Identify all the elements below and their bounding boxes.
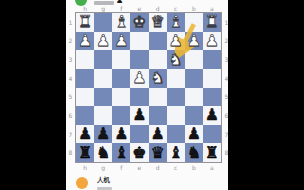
square-f2[interactable]: ♟	[112, 32, 130, 51]
square-a4[interactable]	[203, 69, 221, 88]
square-c2[interactable]: ♟	[167, 32, 185, 51]
coord-label: e	[130, 5, 148, 12]
coord-label: 7	[222, 125, 228, 144]
square-g4[interactable]	[94, 69, 112, 88]
square-d7[interactable]: ♟	[149, 125, 167, 144]
square-a3[interactable]	[203, 50, 221, 69]
square-f7[interactable]: ♟	[112, 125, 130, 144]
piece-bP-b7[interactable]: ♟	[187, 125, 201, 143]
square-a2[interactable]: ♟	[203, 32, 221, 51]
square-c8[interactable]: ♝	[167, 143, 185, 162]
square-c4[interactable]	[167, 69, 185, 88]
piece-bP-d7[interactable]: ♟	[150, 125, 164, 143]
square-b7[interactable]: ♟	[185, 125, 203, 144]
piece-bK-e8[interactable]: ♚	[132, 144, 146, 162]
square-b6[interactable]	[185, 106, 203, 125]
piece-bR-a8[interactable]: ♜	[205, 144, 219, 162]
piece-wB-f1[interactable]: ♝	[114, 13, 128, 31]
chess-app-panel: ♟ hgfedcba 12345678 12345678 hgfedcba ♜♝…	[66, 0, 228, 190]
coord-label: f	[112, 5, 130, 12]
piece-wP-h2[interactable]: ♟	[78, 32, 92, 50]
square-d2[interactable]	[149, 32, 167, 51]
coord-label: 2	[66, 32, 75, 51]
square-b8[interactable]: ♞	[185, 143, 203, 162]
square-b4[interactable]	[185, 69, 203, 88]
coord-label: c	[167, 164, 185, 171]
square-g3[interactable]	[94, 50, 112, 69]
rank-labels-right: 12345678	[222, 13, 228, 162]
square-h1[interactable]: ♜	[76, 13, 94, 32]
piece-wQ-d1[interactable]: ♛	[150, 13, 164, 31]
square-a8[interactable]: ♜	[203, 143, 221, 162]
piece-wP-f2[interactable]: ♟	[114, 32, 128, 50]
coord-label: a	[203, 5, 221, 12]
square-f6[interactable]	[112, 106, 130, 125]
square-h4[interactable]	[76, 69, 94, 88]
square-g1[interactable]	[94, 13, 112, 32]
square-f1[interactable]: ♝	[112, 13, 130, 32]
piece-bP-g7[interactable]: ♟	[96, 125, 110, 143]
player-avatar[interactable]	[76, 177, 88, 189]
piece-bR-h8[interactable]: ♜	[78, 144, 92, 162]
piece-bP-e6[interactable]: ♟	[132, 106, 146, 124]
coord-label: 5	[66, 88, 75, 107]
square-g5[interactable]	[94, 88, 112, 107]
square-d1[interactable]: ♛	[149, 13, 167, 32]
square-e6[interactable]: ♟	[130, 106, 148, 125]
square-b3[interactable]	[185, 50, 203, 69]
coord-label: 8	[66, 143, 75, 162]
piece-wB-c1[interactable]: ♝	[169, 13, 183, 31]
square-d5[interactable]	[149, 88, 167, 107]
square-g7[interactable]: ♟	[94, 125, 112, 144]
coord-label: d	[149, 5, 167, 12]
coord-label: 4	[66, 69, 75, 88]
piece-bB-c8[interactable]: ♝	[169, 144, 183, 162]
square-d6[interactable]	[149, 106, 167, 125]
piece-wR-a1[interactable]: ♜	[205, 13, 219, 31]
piece-wK-e1[interactable]: ♚	[132, 13, 146, 31]
piece-bP-f7[interactable]: ♟	[114, 125, 128, 143]
square-f5[interactable]	[112, 88, 130, 107]
square-h6[interactable]	[76, 106, 94, 125]
coord-label: h	[76, 5, 94, 12]
square-a6[interactable]: ♟	[203, 106, 221, 125]
coord-label: c	[167, 5, 185, 12]
square-c6[interactable]	[167, 106, 185, 125]
square-e3[interactable]	[130, 50, 148, 69]
coord-label: 1	[222, 13, 228, 32]
coord-label: 5	[222, 88, 228, 107]
square-h5[interactable]	[76, 88, 94, 107]
piece-wP-c2[interactable]: ♟	[169, 32, 183, 50]
piece-wN-d4[interactable]: ♞	[150, 69, 164, 87]
coord-label: 4	[222, 69, 228, 88]
square-c7[interactable]	[167, 125, 185, 144]
player-subtitle	[97, 187, 112, 190]
file-labels-top: hgfedcba	[76, 5, 221, 12]
piece-wP-g2[interactable]: ♟	[96, 32, 110, 50]
square-f3[interactable]	[112, 50, 130, 69]
square-c1[interactable]: ♝	[167, 13, 185, 32]
player-name: 人机	[97, 177, 110, 184]
square-a1[interactable]: ♜	[203, 13, 221, 32]
file-labels-bottom: hgfedcba	[76, 164, 221, 171]
piece-wR-h1[interactable]: ♜	[78, 13, 92, 31]
coord-label: 3	[66, 50, 75, 69]
rank-labels-left: 12345678	[66, 13, 75, 162]
coord-label: e	[130, 164, 148, 171]
coord-label: f	[112, 164, 130, 171]
coord-label: d	[149, 164, 167, 171]
square-d8[interactable]: ♛	[149, 143, 167, 162]
piece-bP-h7[interactable]: ♟	[78, 125, 92, 143]
square-d4[interactable]: ♞	[149, 69, 167, 88]
square-b1[interactable]	[185, 13, 203, 32]
square-e2[interactable]	[130, 32, 148, 51]
coord-label: h	[76, 164, 94, 171]
square-d3[interactable]	[149, 50, 167, 69]
coord-label: b	[185, 5, 203, 12]
coord-label: 8	[222, 143, 228, 162]
coord-label: g	[94, 164, 112, 171]
coord-label: 2	[222, 32, 228, 51]
square-g6[interactable]	[94, 106, 112, 125]
square-e7[interactable]	[130, 125, 148, 144]
square-e1[interactable]: ♚	[130, 13, 148, 32]
coord-label: 6	[66, 106, 75, 125]
coord-label: 1	[66, 13, 75, 32]
coord-label: 6	[222, 106, 228, 125]
square-a5[interactable]	[203, 88, 221, 107]
coord-label: 3	[222, 50, 228, 69]
square-e4[interactable]: ♟	[130, 69, 148, 88]
piece-wP-e4[interactable]: ♟	[132, 69, 146, 87]
square-c3[interactable]: ♞	[167, 50, 185, 69]
square-f4[interactable]	[112, 69, 130, 88]
square-g8[interactable]: ♞	[94, 143, 112, 162]
coord-label: 7	[66, 125, 75, 144]
square-h7[interactable]: ♟	[76, 125, 94, 144]
piece-wP-b2[interactable]: ♟	[187, 32, 201, 50]
coord-label: b	[185, 164, 203, 171]
square-h8[interactable]: ♜	[76, 143, 94, 162]
square-c5[interactable]	[167, 88, 185, 107]
captured-black-pawn-icon: ♟	[116, 0, 123, 5]
square-e8[interactable]: ♚	[130, 143, 148, 162]
piece-bN-b8[interactable]: ♞	[187, 144, 201, 162]
square-h2[interactable]: ♟	[76, 32, 94, 51]
square-h3[interactable]	[76, 50, 94, 69]
piece-bP-a6[interactable]: ♟	[205, 106, 219, 124]
square-b2[interactable]: ♟	[185, 32, 203, 51]
piece-wP-a2[interactable]: ♟	[205, 32, 219, 50]
square-b5[interactable]	[185, 88, 203, 107]
square-g2[interactable]: ♟	[94, 32, 112, 51]
board[interactable]: ♜♝♚♛♝♜♟♟♟♟♟♟♞♟♞♟♟♟♟♟♟♟♜♞♝♚♛♝♞♜	[76, 13, 221, 162]
piece-wN-c3[interactable]: ♞	[169, 51, 183, 69]
square-f8[interactable]: ♝	[112, 143, 130, 162]
opponent-name	[94, 1, 114, 5]
square-e5[interactable]	[130, 88, 148, 107]
piece-bN-g8[interactable]: ♞	[96, 144, 110, 162]
square-a7[interactable]	[203, 125, 221, 144]
coord-label: g	[94, 5, 112, 12]
piece-bB-f8[interactable]: ♝	[114, 144, 128, 162]
coord-label: a	[203, 164, 221, 171]
piece-bQ-d8[interactable]: ♛	[150, 144, 164, 162]
